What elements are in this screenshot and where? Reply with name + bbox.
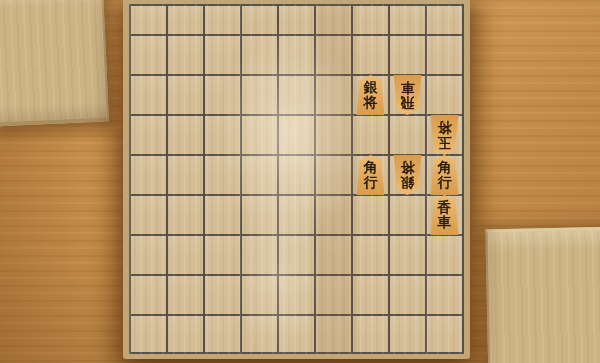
board-square-5b[interactable]	[279, 36, 314, 74]
board-square-2f[interactable]	[390, 196, 425, 234]
board-square-7c[interactable]	[205, 76, 240, 114]
board-square-2i[interactable]	[390, 316, 425, 352]
piece-kanji: 玉	[438, 135, 452, 150]
board-square-4d[interactable]	[316, 116, 351, 154]
board-square-9b[interactable]	[131, 36, 166, 74]
board-square-4e[interactable]	[316, 156, 351, 194]
board-square-2b[interactable]	[390, 36, 425, 74]
shogi-board: 銀将飛車玉将角行銀将角行香車	[123, 0, 470, 359]
board-square-5i[interactable]	[279, 316, 314, 352]
board-square-6f[interactable]	[242, 196, 277, 234]
board-square-7f[interactable]	[205, 196, 240, 234]
board-square-3b[interactable]	[353, 36, 388, 74]
board-square-8f[interactable]	[168, 196, 203, 234]
board-square-7h[interactable]	[205, 276, 240, 314]
board-square-9i[interactable]	[131, 316, 166, 352]
piece-kanji: 飛	[401, 95, 415, 110]
board-square-1a[interactable]	[427, 6, 462, 34]
board-square-8d[interactable]	[168, 116, 203, 154]
board-square-8i[interactable]	[168, 316, 203, 352]
board-square-9c[interactable]	[131, 76, 166, 114]
board-square-6a[interactable]	[242, 6, 277, 34]
board-square-3d[interactable]	[353, 116, 388, 154]
board-square-6i[interactable]	[242, 316, 277, 352]
board-square-5e[interactable]	[279, 156, 314, 194]
board-square-6e[interactable]	[242, 156, 277, 194]
piece-stand-gote	[0, 0, 109, 127]
piece-kanji: 車	[401, 80, 415, 95]
board-square-7b[interactable]	[205, 36, 240, 74]
board-square-3h[interactable]	[353, 276, 388, 314]
board-square-7g[interactable]	[205, 236, 240, 274]
board-square-5h[interactable]	[279, 276, 314, 314]
board-square-4b[interactable]	[316, 36, 351, 74]
board-square-7e[interactable]	[205, 156, 240, 194]
board-square-7d[interactable]	[205, 116, 240, 154]
piece-kanji: 銀	[364, 80, 378, 95]
shogi-board-grid: 銀将飛車玉将角行銀将角行香車	[129, 4, 464, 354]
board-square-4a[interactable]	[316, 6, 351, 34]
board-square-6h[interactable]	[242, 276, 277, 314]
board-square-2a[interactable]	[390, 6, 425, 34]
piece-kanji: 行	[364, 175, 378, 190]
board-square-2g[interactable]	[390, 236, 425, 274]
piece-kanji: 行	[438, 175, 452, 190]
board-square-7i[interactable]	[205, 316, 240, 352]
board-square-1c[interactable]	[427, 76, 462, 114]
board-square-2h[interactable]	[390, 276, 425, 314]
board-square-6c[interactable]	[242, 76, 277, 114]
board-square-4g[interactable]	[316, 236, 351, 274]
board-square-9f[interactable]	[131, 196, 166, 234]
board-square-5c[interactable]	[279, 76, 314, 114]
board-square-9h[interactable]	[131, 276, 166, 314]
piece-kanji: 香	[438, 200, 452, 215]
board-square-2d[interactable]	[390, 116, 425, 154]
board-square-8h[interactable]	[168, 276, 203, 314]
board-square-5f[interactable]	[279, 196, 314, 234]
board-square-9d[interactable]	[131, 116, 166, 154]
piece-kanji: 銀	[401, 175, 415, 190]
board-square-1b[interactable]	[427, 36, 462, 74]
piece-kanji: 将	[438, 120, 452, 135]
board-square-4c[interactable]	[316, 76, 351, 114]
piece-stand-sente	[485, 227, 600, 363]
board-square-9e[interactable]	[131, 156, 166, 194]
piece-kanji: 角	[438, 160, 452, 175]
board-square-6b[interactable]	[242, 36, 277, 74]
board-square-8g[interactable]	[168, 236, 203, 274]
board-square-7a[interactable]	[205, 6, 240, 34]
board-square-1g[interactable]	[427, 236, 462, 274]
board-square-9g[interactable]	[131, 236, 166, 274]
board-square-5d[interactable]	[279, 116, 314, 154]
board-square-8b[interactable]	[168, 36, 203, 74]
piece-kanji: 将	[401, 160, 415, 175]
board-square-3f[interactable]	[353, 196, 388, 234]
board-square-9a[interactable]	[131, 6, 166, 34]
board-square-8e[interactable]	[168, 156, 203, 194]
board-square-5a[interactable]	[279, 6, 314, 34]
piece-kanji: 角	[364, 160, 378, 175]
piece-kanji: 車	[438, 215, 452, 230]
board-square-6d[interactable]	[242, 116, 277, 154]
board-square-1i[interactable]	[427, 316, 462, 352]
board-square-5g[interactable]	[279, 236, 314, 274]
board-square-1h[interactable]	[427, 276, 462, 314]
board-square-8c[interactable]	[168, 76, 203, 114]
board-square-4f[interactable]	[316, 196, 351, 234]
piece-kanji: 将	[364, 95, 378, 110]
board-square-6g[interactable]	[242, 236, 277, 274]
board-square-3g[interactable]	[353, 236, 388, 274]
board-square-4i[interactable]	[316, 316, 351, 352]
board-square-3i[interactable]	[353, 316, 388, 352]
board-square-8a[interactable]	[168, 6, 203, 34]
table-surface: { "game": "shogi", "board": { "files": 9…	[0, 0, 600, 363]
board-square-4h[interactable]	[316, 276, 351, 314]
board-square-3a[interactable]	[353, 6, 388, 34]
